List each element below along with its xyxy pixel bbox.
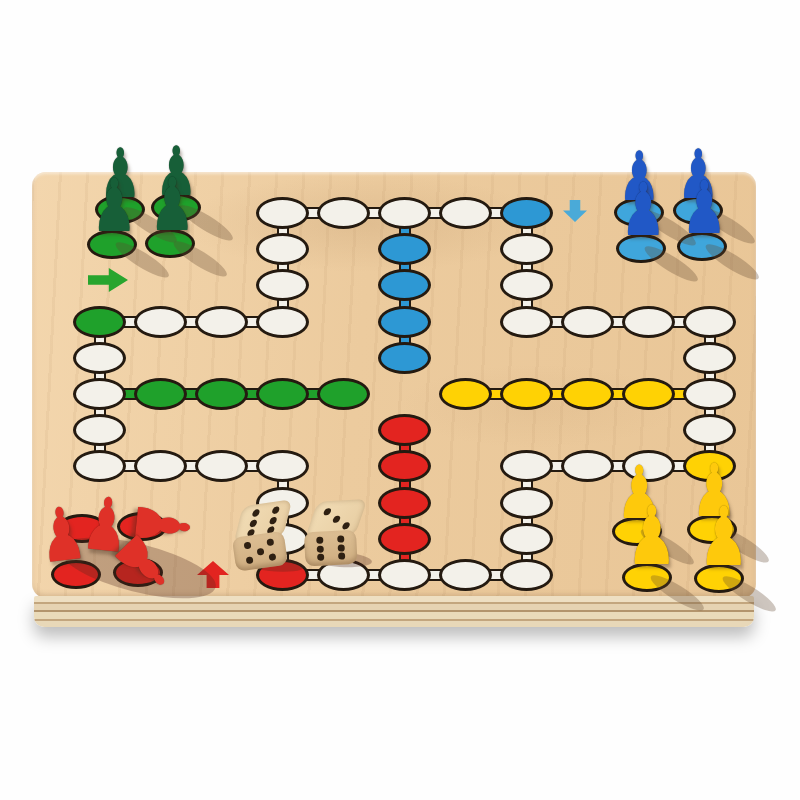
track-field[interactable] [195,306,248,338]
die-pip [268,516,277,524]
track-field[interactable] [256,233,309,265]
die-pip [269,553,277,561]
cell-8-7 [557,448,618,484]
green-home-field[interactable] [256,378,309,410]
yellow-home-field[interactable] [500,378,553,410]
cell-4-5 [313,376,374,412]
track-field[interactable] [500,306,553,338]
cell-2-5 [191,376,252,412]
track-field[interactable] [683,342,736,374]
track-field[interactable] [195,450,248,482]
die-pip [256,547,264,555]
track-field[interactable] [500,269,553,301]
yellow-home-field[interactable] [439,378,492,410]
die-pip [322,508,331,516]
cell-8-3 [557,304,618,340]
cell-5-2 [374,267,435,303]
yellow-home-field[interactable] [622,378,675,410]
home-entry-track-field[interactable] [683,378,736,410]
cell-5-4 [374,340,435,376]
cell-0-6 [69,412,130,448]
cell-5-1 [374,231,435,267]
cell-4-0 [313,195,374,231]
track-field[interactable] [561,450,614,482]
track-field[interactable] [561,306,614,338]
die-pip [341,522,350,530]
photo-scene: ♟♟♟♟♟♟♟♟♟♟♟♟♟♟♟♟ [0,0,800,800]
track-field[interactable] [256,450,309,482]
track-field[interactable] [317,197,370,229]
cell-5-8 [374,485,435,521]
die-pip [337,544,344,551]
cell-2-7 [191,448,252,484]
cell-7-3 [496,304,557,340]
green-pawn[interactable]: ♟ [90,184,134,246]
yellow-pawn[interactable]: ♟ [625,511,669,579]
cell-0-7 [69,448,130,484]
track-field[interactable] [73,342,126,374]
blue-home-field[interactable] [378,269,431,301]
track-field[interactable] [683,306,736,338]
track-field[interactable] [500,487,553,519]
track-field[interactable] [500,523,553,555]
cell-3-5 [252,376,313,412]
track-field[interactable] [256,306,309,338]
track-field[interactable] [439,197,492,229]
red-pawn[interactable]: ♟ [42,513,86,575]
track-field[interactable] [500,233,553,265]
track-field[interactable] [439,559,492,591]
cell-7-5 [496,376,557,412]
yellow-home-field[interactable] [561,378,614,410]
cell-5-9 [374,521,435,557]
cell-3-2 [252,267,313,303]
cell-6-10 [435,557,496,593]
die-pip [316,536,323,543]
cell-7-8 [496,485,557,521]
die-pip [337,535,344,542]
track-field[interactable] [256,269,309,301]
cell-2-3 [191,304,252,340]
cell-8-5 [557,376,618,412]
die-pip [317,545,324,552]
blue-pawn[interactable]: ♟ [680,186,724,248]
red-home-field[interactable] [378,487,431,519]
green-start-field[interactable] [73,306,126,338]
front-face-6 [304,530,358,567]
die-pip [249,519,258,527]
cell-10-6 [679,412,740,448]
red-home-field[interactable] [378,450,431,482]
track-field[interactable] [622,306,675,338]
cell-7-7 [496,448,557,484]
cell-5-0 [374,195,435,231]
cell-7-0 [496,195,557,231]
cell-6-5 [435,376,496,412]
blue-start-field[interactable] [500,197,553,229]
track-field[interactable] [683,414,736,446]
home-entry-track-field[interactable] [378,197,431,229]
blue-pawn[interactable]: ♟ [619,188,663,250]
cell-1-5 [130,376,191,412]
blue-home-field[interactable] [378,342,431,374]
track-field[interactable] [134,306,187,338]
home-entry-track-field[interactable] [378,559,431,591]
track-field[interactable] [500,450,553,482]
wooden-die-2[interactable] [300,499,365,568]
track-field[interactable] [500,559,553,591]
cell-0-3 [69,304,130,340]
cell-3-1 [252,231,313,267]
green-pawn[interactable]: ♟ [148,183,192,245]
cell-9-3 [618,304,679,340]
cell-7-2 [496,267,557,303]
yellow-pawn[interactable]: ♟ [697,512,741,580]
red-home-field[interactable] [378,414,431,446]
cell-7-10 [496,557,557,593]
die-pip [245,557,253,565]
cell-0-5 [69,376,130,412]
die-pip [271,506,280,514]
cell-0-4 [69,340,130,376]
cell-10-4 [679,340,740,376]
green-home-field[interactable] [317,378,370,410]
blue-home-field[interactable] [378,306,431,338]
die-pip [338,553,345,560]
home-entry-track-field[interactable] [73,378,126,410]
cell-5-10 [374,557,435,593]
die-pip [267,538,275,546]
cell-1-3 [130,304,191,340]
cell-7-1 [496,231,557,267]
cell-5-6 [374,412,435,448]
cell-3-7 [252,448,313,484]
cell-6-0 [435,195,496,231]
track-field[interactable] [73,450,126,482]
die-pip [251,509,260,517]
cell-1-7 [130,448,191,484]
cell-3-3 [252,304,313,340]
red-home-field[interactable] [378,523,431,555]
green-home-field[interactable] [134,378,187,410]
track-field[interactable] [256,197,309,229]
cell-10-3 [679,304,740,340]
track-field[interactable] [73,414,126,446]
die-pip [331,515,340,523]
blue-home-field[interactable] [378,233,431,265]
green-home-field[interactable] [195,378,248,410]
board-plywood-edge [34,596,754,627]
cell-3-0 [252,195,313,231]
cell-5-7 [374,448,435,484]
die-pip [317,554,324,561]
cell-9-5 [618,376,679,412]
wooden-die-1[interactable] [226,500,297,574]
front-face-5 [232,531,288,572]
cell-10-5 [679,376,740,412]
cell-5-3 [374,304,435,340]
die-pip [243,541,251,549]
track-field[interactable] [134,450,187,482]
red-pawn-tipped[interactable]: ♟ [114,522,158,584]
cell-7-9 [496,521,557,557]
